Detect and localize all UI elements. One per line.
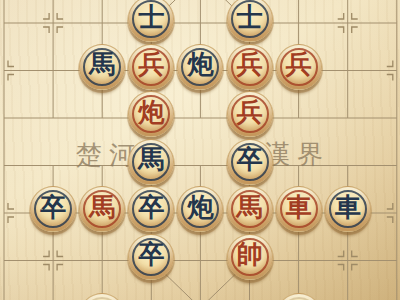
- piece-black-soldier[interactable]: 卒: [30, 186, 76, 232]
- piece-red-horse[interactable]: 馬: [79, 186, 125, 232]
- piece-red-horse[interactable]: 馬: [227, 186, 273, 232]
- piece-glyph: 炮: [178, 185, 222, 229]
- piece-unknown-piece-partial[interactable]: [79, 293, 125, 300]
- piece-glyph: 炮: [129, 90, 173, 134]
- piece-red-soldier[interactable]: 兵: [276, 44, 322, 90]
- piece-glyph: 帥: [228, 233, 272, 277]
- piece-black-chariot[interactable]: 車: [325, 186, 371, 232]
- xiangqi-board[interactable]: 楚河 漢界 士士馬兵炮兵兵炮兵馬卒卒馬卒炮馬車車卒帥: [0, 0, 400, 300]
- piece-glyph: 士: [228, 0, 272, 39]
- piece-glyph: 馬: [80, 43, 124, 87]
- piece-black-soldier[interactable]: 卒: [128, 234, 174, 280]
- piece-glyph: 炮: [178, 43, 222, 87]
- piece-black-cannon[interactable]: 炮: [177, 186, 223, 232]
- piece-unknown-piece-partial[interactable]: [276, 293, 322, 300]
- piece-red-soldier[interactable]: 兵: [227, 91, 273, 137]
- pieces-layer: 士士馬兵炮兵兵炮兵馬卒卒馬卒炮馬車車卒帥: [0, 0, 400, 300]
- piece-glyph: 卒: [129, 185, 173, 229]
- piece-glyph: 兵: [277, 43, 321, 87]
- piece-black-advisor[interactable]: 士: [128, 0, 174, 42]
- piece-black-horse[interactable]: 馬: [79, 44, 125, 90]
- piece-glyph: 兵: [228, 43, 272, 87]
- piece-red-soldier[interactable]: 兵: [227, 44, 273, 90]
- piece-black-advisor[interactable]: 士: [227, 0, 273, 42]
- piece-red-chariot[interactable]: 車: [276, 186, 322, 232]
- piece-glyph: 卒: [228, 138, 272, 182]
- piece-glyph: 馬: [129, 138, 173, 182]
- piece-black-cannon[interactable]: 炮: [177, 44, 223, 90]
- piece-red-soldier[interactable]: 兵: [128, 44, 174, 90]
- piece-glyph: 車: [326, 185, 370, 229]
- piece-glyph: 士: [129, 0, 173, 39]
- piece-glyph: 兵: [228, 90, 272, 134]
- piece-glyph: 卒: [129, 233, 173, 277]
- piece-red-cannon[interactable]: 炮: [128, 91, 174, 137]
- piece-black-horse[interactable]: 馬: [128, 139, 174, 185]
- piece-glyph: 兵: [129, 43, 173, 87]
- piece-glyph: 車: [277, 185, 321, 229]
- piece-glyph: 馬: [228, 185, 272, 229]
- piece-black-soldier[interactable]: 卒: [128, 186, 174, 232]
- piece-red-general[interactable]: 帥: [227, 234, 273, 280]
- piece-glyph: 馬: [80, 185, 124, 229]
- piece-glyph: 卒: [31, 185, 75, 229]
- piece-black-soldier[interactable]: 卒: [227, 139, 273, 185]
